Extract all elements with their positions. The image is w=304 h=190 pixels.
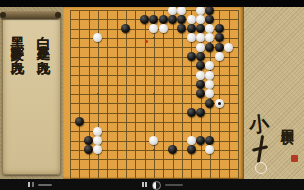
stone-white	[205, 33, 214, 42]
scroll-knob-right	[55, 12, 61, 18]
stone-black	[196, 80, 205, 89]
letterbox-top	[0, 0, 304, 7]
stone-black	[187, 24, 196, 33]
stone-black	[215, 43, 224, 52]
grid-line	[163, 10, 164, 179]
stone-black	[177, 24, 186, 33]
black-player-rank: 九段	[8, 50, 26, 52]
hoshi-point	[97, 93, 99, 95]
stone-white	[196, 15, 205, 24]
stone-black	[205, 136, 214, 145]
logo-side-text: 围棋	[278, 119, 296, 123]
stone-black	[177, 15, 186, 24]
play-icon[interactable]	[28, 182, 30, 187]
stone-black	[196, 61, 205, 70]
pause-icon[interactable]	[142, 182, 144, 187]
stone-toggle-icon[interactable]	[152, 181, 161, 190]
stone-white	[93, 136, 102, 145]
stone-black	[196, 89, 205, 98]
channel-logo: 小 围棋	[246, 115, 302, 177]
stone-white	[93, 127, 102, 136]
stone-white	[93, 145, 102, 154]
stone-white	[196, 33, 205, 42]
caption-text	[165, 184, 183, 186]
stone-white	[205, 89, 214, 98]
stone-black	[75, 117, 84, 126]
hoshi-point	[153, 149, 155, 151]
stone-white	[187, 136, 196, 145]
stone-white	[159, 24, 168, 33]
stone-black	[159, 15, 168, 24]
stone-white	[168, 7, 177, 15]
scroll-knob-left	[0, 12, 6, 18]
stone-white	[187, 33, 196, 42]
white-player-name: 芈昱廷	[34, 35, 52, 38]
stone-black	[84, 145, 93, 154]
white-player-column: 白 芈昱廷 九段	[31, 21, 55, 171]
player-control-bar	[0, 179, 304, 190]
play-icon[interactable]	[32, 182, 34, 187]
pause-icon[interactable]	[145, 182, 147, 187]
stone-black	[215, 24, 224, 33]
stone-black	[196, 136, 205, 145]
stone-white	[177, 7, 186, 15]
hoshi-point	[153, 93, 155, 95]
stone-black	[215, 33, 224, 42]
video-frame: 白 芈昱廷 九段 黑 李轩豪 九段 小 围棋	[0, 0, 304, 190]
stone-black	[196, 24, 205, 33]
last-move-marker	[218, 102, 221, 105]
stone-white	[205, 61, 214, 70]
stone-white	[149, 136, 158, 145]
time-text	[38, 184, 52, 186]
stone-black	[196, 108, 205, 117]
grid-line	[182, 10, 183, 179]
stone-black	[205, 43, 214, 52]
stone-white	[215, 52, 224, 61]
red-marker	[145, 40, 148, 43]
stone-white	[224, 43, 233, 52]
stone-white	[93, 33, 102, 42]
stone-white	[205, 145, 214, 154]
grid-line	[70, 113, 239, 114]
stone-black	[140, 15, 149, 24]
stone-white	[196, 7, 205, 15]
stone-black	[84, 136, 93, 145]
stone-black	[149, 15, 158, 24]
stone-black	[121, 24, 130, 33]
grid-line	[238, 10, 239, 179]
stone-black	[187, 145, 196, 154]
stone-black	[168, 15, 177, 24]
stone-white	[196, 43, 205, 52]
stone-black	[196, 52, 205, 61]
grid-line	[70, 159, 239, 160]
stone-white	[149, 24, 158, 33]
go-board	[63, 7, 244, 179]
stone-white	[187, 15, 196, 24]
stone-black	[205, 15, 214, 24]
stone-black	[205, 99, 214, 108]
stone-white	[205, 24, 214, 33]
grid-line	[70, 122, 239, 123]
stone-circle-icon	[255, 162, 267, 174]
stone-black	[187, 108, 196, 117]
black-player-column: 黑 李轩豪 九段	[5, 21, 29, 171]
stone-black	[187, 52, 196, 61]
player-panel: 白 芈昱廷 九段 黑 李轩豪 九段	[0, 7, 63, 179]
stone-white	[205, 71, 214, 80]
hoshi-point	[153, 37, 155, 39]
stone-white	[196, 71, 205, 80]
side-panel: 小 围棋	[244, 7, 304, 179]
black-player-name: 李轩豪	[8, 35, 26, 38]
red-seal-icon	[291, 155, 298, 162]
grid-line	[70, 169, 239, 170]
grid-line	[229, 10, 230, 179]
stone-white	[205, 80, 214, 89]
scroll-roll	[0, 11, 61, 19]
stone-black	[168, 145, 177, 154]
logo-character: 小	[248, 110, 271, 139]
white-player-rank: 九段	[34, 50, 52, 52]
stone-black	[205, 7, 214, 15]
